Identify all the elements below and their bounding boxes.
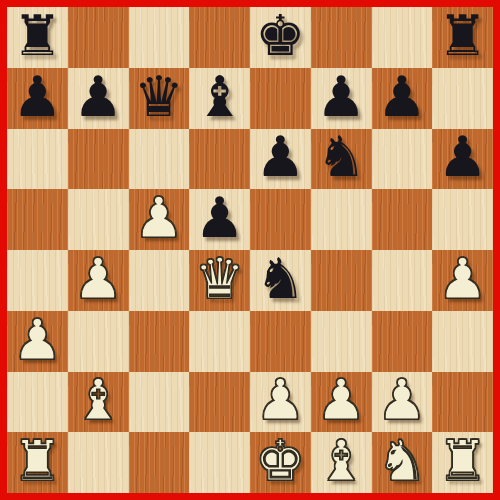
board-frame: ♜♚♜♟♟♛♝♟♟♟♞♟♟♟♟♛♞♟♟♝♟♟♟♜♚♝♞♜: [0, 0, 500, 500]
piece-black-knight-f6[interactable]: ♞: [311, 129, 372, 190]
square-d6[interactable]: [189, 129, 250, 190]
square-g8[interactable]: [372, 7, 433, 68]
piece-black-knight-e4[interactable]: ♞: [250, 250, 311, 311]
chess-board: ♜♚♜♟♟♛♝♟♟♟♞♟♟♟♟♛♞♟♟♝♟♟♟♜♚♝♞♜: [7, 7, 493, 493]
square-a2[interactable]: [7, 372, 68, 433]
piece-black-pawn-d5[interactable]: ♟: [189, 189, 250, 250]
square-c6[interactable]: [129, 129, 190, 190]
square-h2[interactable]: [432, 372, 493, 433]
piece-white-pawn-a3[interactable]: ♟: [7, 311, 68, 372]
square-c1[interactable]: [129, 432, 190, 493]
square-a3[interactable]: ♟: [7, 311, 68, 372]
square-f6[interactable]: ♞: [311, 129, 372, 190]
square-c5[interactable]: ♟: [129, 189, 190, 250]
square-h7[interactable]: [432, 68, 493, 129]
square-c4[interactable]: [129, 250, 190, 311]
piece-black-pawn-b7[interactable]: ♟: [68, 68, 129, 129]
square-h6[interactable]: ♟: [432, 129, 493, 190]
square-e5[interactable]: [250, 189, 311, 250]
square-h4[interactable]: ♟: [432, 250, 493, 311]
square-g4[interactable]: [372, 250, 433, 311]
piece-white-knight-g1[interactable]: ♞: [372, 432, 433, 493]
square-g1[interactable]: ♞: [372, 432, 433, 493]
piece-black-queen-c7[interactable]: ♛: [129, 68, 190, 129]
square-d3[interactable]: [189, 311, 250, 372]
piece-black-pawn-a7[interactable]: ♟: [7, 68, 68, 129]
square-b2[interactable]: ♝: [68, 372, 129, 433]
square-a8[interactable]: ♜: [7, 7, 68, 68]
piece-white-pawn-c5[interactable]: ♟: [129, 189, 190, 250]
square-b7[interactable]: ♟: [68, 68, 129, 129]
square-b4[interactable]: ♟: [68, 250, 129, 311]
square-d8[interactable]: [189, 7, 250, 68]
square-e1[interactable]: ♚: [250, 432, 311, 493]
square-h1[interactable]: ♜: [432, 432, 493, 493]
square-c3[interactable]: [129, 311, 190, 372]
square-b1[interactable]: [68, 432, 129, 493]
piece-black-rook-h8[interactable]: ♜: [432, 7, 493, 68]
square-f4[interactable]: [311, 250, 372, 311]
square-c2[interactable]: [129, 372, 190, 433]
piece-white-pawn-e2[interactable]: ♟: [250, 372, 311, 433]
square-d7[interactable]: ♝: [189, 68, 250, 129]
piece-white-pawn-g2[interactable]: ♟: [372, 372, 433, 433]
square-f5[interactable]: [311, 189, 372, 250]
square-c8[interactable]: [129, 7, 190, 68]
square-b5[interactable]: [68, 189, 129, 250]
piece-black-bishop-d7[interactable]: ♝: [189, 68, 250, 129]
square-g6[interactable]: [372, 129, 433, 190]
piece-white-pawn-h4[interactable]: ♟: [432, 250, 493, 311]
square-d4[interactable]: ♛: [189, 250, 250, 311]
square-e4[interactable]: ♞: [250, 250, 311, 311]
square-f2[interactable]: ♟: [311, 372, 372, 433]
piece-black-pawn-f7[interactable]: ♟: [311, 68, 372, 129]
square-f8[interactable]: [311, 7, 372, 68]
square-h8[interactable]: ♜: [432, 7, 493, 68]
square-f7[interactable]: ♟: [311, 68, 372, 129]
square-e8[interactable]: ♚: [250, 7, 311, 68]
square-a7[interactable]: ♟: [7, 68, 68, 129]
square-b8[interactable]: [68, 7, 129, 68]
piece-white-bishop-f1[interactable]: ♝: [311, 432, 372, 493]
square-f1[interactable]: ♝: [311, 432, 372, 493]
square-a1[interactable]: ♜: [7, 432, 68, 493]
square-a4[interactable]: [7, 250, 68, 311]
square-c7[interactable]: ♛: [129, 68, 190, 129]
piece-black-rook-a8[interactable]: ♜: [7, 7, 68, 68]
square-e2[interactable]: ♟: [250, 372, 311, 433]
square-a6[interactable]: [7, 129, 68, 190]
square-e3[interactable]: [250, 311, 311, 372]
piece-white-rook-a1[interactable]: ♜: [7, 432, 68, 493]
piece-white-queen-d4[interactable]: ♛: [189, 250, 250, 311]
square-h3[interactable]: [432, 311, 493, 372]
square-e7[interactable]: [250, 68, 311, 129]
piece-white-pawn-b4[interactable]: ♟: [68, 250, 129, 311]
square-h5[interactable]: [432, 189, 493, 250]
square-d2[interactable]: [189, 372, 250, 433]
piece-white-pawn-f2[interactable]: ♟: [311, 372, 372, 433]
piece-white-bishop-b2[interactable]: ♝: [68, 372, 129, 433]
square-a5[interactable]: [7, 189, 68, 250]
piece-white-rook-h1[interactable]: ♜: [432, 432, 493, 493]
square-g7[interactable]: ♟: [372, 68, 433, 129]
square-g5[interactable]: [372, 189, 433, 250]
square-d1[interactable]: [189, 432, 250, 493]
square-f3[interactable]: [311, 311, 372, 372]
piece-black-pawn-g7[interactable]: ♟: [372, 68, 433, 129]
piece-white-king-e1[interactable]: ♚: [250, 432, 311, 493]
square-g2[interactable]: ♟: [372, 372, 433, 433]
square-g3[interactable]: [372, 311, 433, 372]
piece-black-pawn-h6[interactable]: ♟: [432, 129, 493, 190]
square-b6[interactable]: [68, 129, 129, 190]
square-e6[interactable]: ♟: [250, 129, 311, 190]
piece-black-king-e8[interactable]: ♚: [250, 7, 311, 68]
square-d5[interactable]: ♟: [189, 189, 250, 250]
piece-black-pawn-e6[interactable]: ♟: [250, 129, 311, 190]
square-b3[interactable]: [68, 311, 129, 372]
